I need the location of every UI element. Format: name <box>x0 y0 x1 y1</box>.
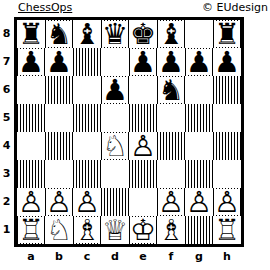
square-f3[interactable] <box>157 160 185 188</box>
white-bishop: ♗ <box>73 216 101 244</box>
square-e4[interactable]: ♙ <box>129 132 157 160</box>
piece-glyph: ♟ <box>46 48 72 76</box>
square-e2[interactable] <box>129 188 157 216</box>
black-pawn: ♟ <box>213 48 241 76</box>
black-rook: ♜ <box>213 20 241 48</box>
piece-glyph: ♞ <box>158 76 184 104</box>
file-label-f: f <box>157 250 185 264</box>
black-pawn: ♟ <box>45 48 73 76</box>
square-e8[interactable]: ♚ <box>129 20 157 48</box>
square-a5[interactable] <box>17 104 45 132</box>
piece-glyph: ♗ <box>74 216 100 244</box>
black-rook: ♜ <box>17 20 45 48</box>
piece-glyph: ♗ <box>158 216 184 244</box>
piece-glyph: ♟ <box>18 48 44 76</box>
square-b5[interactable] <box>45 104 73 132</box>
piece-glyph: ♙ <box>46 188 72 216</box>
black-pawn: ♟ <box>17 48 45 76</box>
piece-glyph: ♙ <box>130 132 156 160</box>
square-c7[interactable] <box>73 48 101 76</box>
white-pawn: ♙ <box>129 132 157 160</box>
rank-label-4: 4 <box>1 132 12 160</box>
square-h6[interactable] <box>213 76 241 104</box>
rank-label-1: 1 <box>1 216 12 244</box>
square-h2[interactable]: ♙ <box>213 188 241 216</box>
square-g8[interactable] <box>185 20 213 48</box>
square-g3[interactable] <box>185 160 213 188</box>
piece-glyph: ♝ <box>158 20 184 48</box>
square-d8[interactable]: ♛ <box>101 20 129 48</box>
piece-glyph: ♜ <box>18 20 44 48</box>
white-pawn: ♙ <box>185 188 213 216</box>
white-pawn: ♙ <box>213 188 241 216</box>
white-knight: ♘ <box>45 216 73 244</box>
piece-glyph: ♟ <box>214 48 240 76</box>
square-a8[interactable]: ♜ <box>17 20 45 48</box>
rank-label-5: 5 <box>1 104 12 132</box>
chess-board: ♜♞♝♛♚♝♜♟♟♟♟♟♟♟♞♘♙♙♙♙♙♙♙♖♘♗♕♔♗♖ <box>14 17 244 247</box>
piece-glyph: ♟ <box>186 48 212 76</box>
white-bishop: ♗ <box>157 216 185 244</box>
black-bishop: ♝ <box>157 20 185 48</box>
file-labels: abcdefgh <box>17 250 241 264</box>
white-pawn: ♙ <box>17 188 45 216</box>
piece-glyph: ♖ <box>214 216 240 244</box>
piece-glyph: ♟ <box>102 76 128 104</box>
square-g5[interactable] <box>185 104 213 132</box>
piece-glyph: ♝ <box>74 20 100 48</box>
chessops-window: ChessOps © EUdesign 87654321 ♜♞♝♛♚♝♜♟♟♟♟… <box>0 0 270 270</box>
white-pawn: ♙ <box>73 188 101 216</box>
white-king: ♔ <box>129 216 157 244</box>
square-b2[interactable]: ♙ <box>45 188 73 216</box>
square-f2[interactable]: ♙ <box>157 188 185 216</box>
square-c8[interactable]: ♝ <box>73 20 101 48</box>
piece-glyph: ♚ <box>130 20 156 48</box>
square-f1[interactable]: ♗ <box>157 216 185 244</box>
piece-glyph: ♛ <box>102 20 128 48</box>
black-pawn: ♟ <box>129 48 157 76</box>
square-d6[interactable]: ♟ <box>101 76 129 104</box>
square-g4[interactable] <box>185 132 213 160</box>
square-b1[interactable]: ♘ <box>45 216 73 244</box>
file-label-d: d <box>101 250 129 264</box>
file-label-h: h <box>213 250 241 264</box>
square-c4[interactable] <box>73 132 101 160</box>
square-c5[interactable] <box>73 104 101 132</box>
piece-glyph: ♕ <box>102 216 128 244</box>
copyright-credit: © EUdesign <box>202 1 268 14</box>
square-d4[interactable]: ♘ <box>101 132 129 160</box>
square-g6[interactable] <box>185 76 213 104</box>
piece-glyph: ♔ <box>130 216 156 244</box>
black-pawn: ♟ <box>101 76 129 104</box>
black-bishop: ♝ <box>73 20 101 48</box>
piece-glyph: ♟ <box>158 48 184 76</box>
piece-glyph: ♖ <box>18 216 44 244</box>
square-h4[interactable] <box>213 132 241 160</box>
square-a2[interactable]: ♙ <box>17 188 45 216</box>
piece-glyph: ♙ <box>74 188 100 216</box>
square-c3[interactable] <box>73 160 101 188</box>
square-c1[interactable]: ♗ <box>73 216 101 244</box>
file-label-a: a <box>17 250 45 264</box>
file-label-c: c <box>73 250 101 264</box>
square-e5[interactable] <box>129 104 157 132</box>
square-d2[interactable] <box>101 188 129 216</box>
piece-glyph: ♙ <box>214 188 240 216</box>
piece-glyph: ♜ <box>214 20 240 48</box>
square-b4[interactable] <box>45 132 73 160</box>
black-queen: ♛ <box>101 20 129 48</box>
square-b6[interactable] <box>45 76 73 104</box>
square-c2[interactable]: ♙ <box>73 188 101 216</box>
square-a3[interactable] <box>17 160 45 188</box>
square-h8[interactable]: ♜ <box>213 20 241 48</box>
piece-glyph: ♙ <box>158 188 184 216</box>
square-f7[interactable]: ♟ <box>157 48 185 76</box>
square-h7[interactable]: ♟ <box>213 48 241 76</box>
rank-label-3: 3 <box>1 160 12 188</box>
square-h3[interactable] <box>213 160 241 188</box>
square-e7[interactable]: ♟ <box>129 48 157 76</box>
square-f8[interactable]: ♝ <box>157 20 185 48</box>
square-e3[interactable] <box>129 160 157 188</box>
black-knight: ♞ <box>157 76 185 104</box>
white-pawn: ♙ <box>45 188 73 216</box>
square-a6[interactable] <box>17 76 45 104</box>
white-queen: ♕ <box>101 216 129 244</box>
square-f6[interactable]: ♞ <box>157 76 185 104</box>
square-g7[interactable]: ♟ <box>185 48 213 76</box>
rank-label-6: 6 <box>1 76 12 104</box>
square-h5[interactable] <box>213 104 241 132</box>
piece-glyph: ♞ <box>46 20 72 48</box>
white-knight: ♘ <box>101 132 129 160</box>
file-label-e: e <box>129 250 157 264</box>
black-pawn: ♟ <box>157 48 185 76</box>
white-pawn: ♙ <box>157 188 185 216</box>
black-king: ♚ <box>129 20 157 48</box>
square-e6[interactable] <box>129 76 157 104</box>
square-c6[interactable] <box>73 76 101 104</box>
piece-glyph: ♟ <box>130 48 156 76</box>
square-b3[interactable] <box>45 160 73 188</box>
black-pawn: ♟ <box>185 48 213 76</box>
square-h1[interactable]: ♖ <box>213 216 241 244</box>
piece-glyph: ♙ <box>186 188 212 216</box>
rank-label-8: 8 <box>1 20 12 48</box>
piece-glyph: ♘ <box>102 132 128 160</box>
square-g2[interactable]: ♙ <box>185 188 213 216</box>
square-f4[interactable] <box>157 132 185 160</box>
square-d7[interactable] <box>101 48 129 76</box>
square-g1[interactable] <box>185 216 213 244</box>
square-a4[interactable] <box>17 132 45 160</box>
square-e1[interactable]: ♔ <box>129 216 157 244</box>
square-a7[interactable]: ♟ <box>17 48 45 76</box>
square-b7[interactable]: ♟ <box>45 48 73 76</box>
square-f5[interactable] <box>157 104 185 132</box>
square-d1[interactable]: ♕ <box>101 216 129 244</box>
piece-glyph: ♙ <box>18 188 44 216</box>
app-title: ChessOps <box>18 1 72 14</box>
piece-glyph: ♘ <box>46 216 72 244</box>
square-a1[interactable]: ♖ <box>17 216 45 244</box>
square-d5[interactable] <box>101 104 129 132</box>
rank-label-7: 7 <box>1 48 12 76</box>
square-d3[interactable] <box>101 160 129 188</box>
white-rook: ♖ <box>213 216 241 244</box>
black-knight: ♞ <box>45 20 73 48</box>
rank-label-2: 2 <box>1 188 12 216</box>
rank-labels: 87654321 <box>1 20 12 244</box>
white-rook: ♖ <box>17 216 45 244</box>
square-b8[interactable]: ♞ <box>45 20 73 48</box>
file-label-b: b <box>45 250 73 264</box>
file-label-g: g <box>185 250 213 264</box>
